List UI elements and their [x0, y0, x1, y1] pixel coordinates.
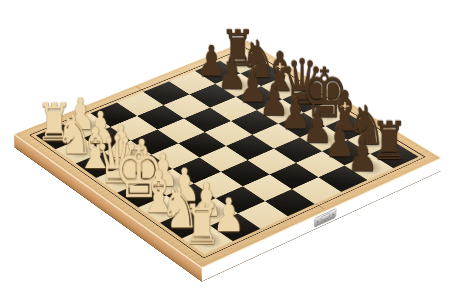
board-grid: ♜♞♝♛♚♝♞♜♟♟♟♟♟♟♟♟♟♟♟♟♟♟♟♟♜♞♝♛♚♝♞♜ [36, 51, 419, 254]
clasp-screw-icon [317, 220, 319, 222]
clasp-screw-icon [332, 213, 334, 215]
board-top-surface: ♜♞♝♛♚♝♞♜♟♟♟♟♟♟♟♟♟♟♟♟♟♟♟♟♜♞♝♛♚♝♞♜ [14, 40, 442, 268]
chess-board: ♜♞♝♛♚♝♞♜♟♟♟♟♟♟♟♟♟♟♟♟♟♟♟♟♜♞♝♛♚♝♞♜ [14, 40, 442, 268]
clasp-keeper-icon [321, 214, 329, 221]
product-photo-scene: ♜♞♝♛♚♝♞♜♟♟♟♟♟♟♟♟♟♟♟♟♟♟♟♟♜♞♝♛♚♝♞♜ [0, 0, 460, 288]
